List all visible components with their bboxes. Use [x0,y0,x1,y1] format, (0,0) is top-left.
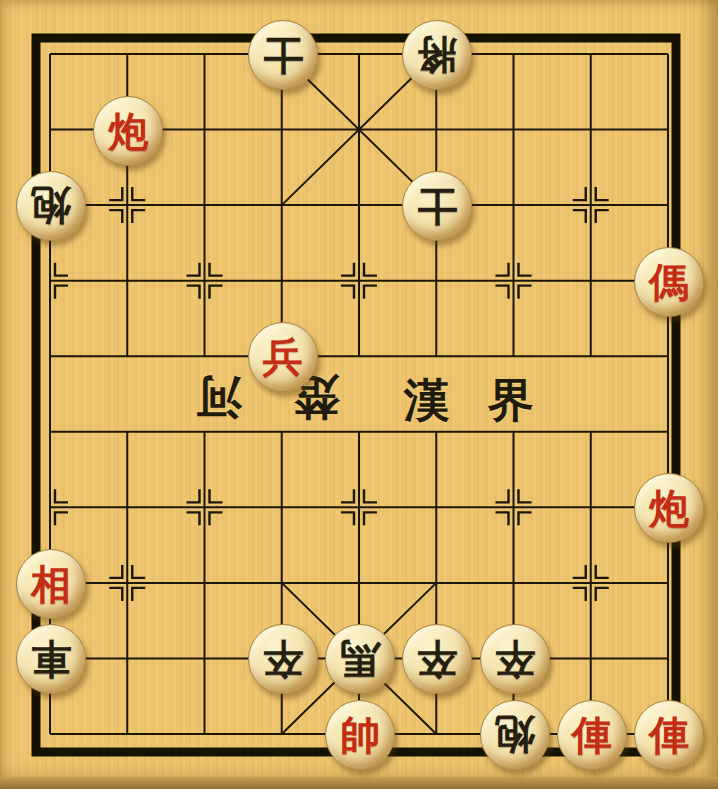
black-advisor-glyph: 士 [263,35,303,75]
black-cannon[interactable]: 炮 [480,700,550,770]
red-elephant-glyph: 相 [31,564,71,604]
black-soldier[interactable]: 卒 [480,624,550,694]
red-chariot-glyph: 俥 [572,715,612,755]
black-cannon-glyph: 炮 [495,715,535,755]
red-general[interactable]: 帥 [325,700,395,770]
black-horse-glyph: 馬 [340,639,380,679]
black-soldier-glyph: 卒 [495,639,535,679]
black-chariot[interactable]: 車 [16,624,86,694]
black-chariot-glyph: 車 [31,639,71,679]
red-cannon-glyph: 炮 [649,488,689,528]
red-chariot-glyph: 俥 [649,715,689,755]
black-advisor[interactable]: 士 [402,171,472,241]
black-advisor-glyph: 士 [417,186,457,226]
black-cannon-glyph: 炮 [31,186,71,226]
red-horse-glyph: 傌 [649,262,689,302]
red-cannon[interactable]: 炮 [634,473,704,543]
black-advisor[interactable]: 士 [248,20,318,90]
river-label-han-border: 漢界 [404,370,572,432]
xiangqi-table: 楚河 漢界 士將炮炮士傌兵炮相車卒馬卒卒帥炮俥俥 [0,0,718,789]
red-elephant[interactable]: 相 [16,549,86,619]
red-chariot[interactable]: 俥 [634,700,704,770]
black-cannon[interactable]: 炮 [16,171,86,241]
red-chariot[interactable]: 俥 [557,700,627,770]
black-general[interactable]: 將 [402,20,472,90]
red-soldier[interactable]: 兵 [248,322,318,392]
black-general-glyph: 將 [417,35,457,75]
black-soldier-glyph: 卒 [417,639,457,679]
red-horse[interactable]: 傌 [634,247,704,317]
red-soldier-glyph: 兵 [263,337,303,377]
red-cannon[interactable]: 炮 [93,96,163,166]
black-soldier-glyph: 卒 [263,639,303,679]
red-general-glyph: 帥 [340,715,380,755]
red-cannon-glyph: 炮 [108,111,148,151]
black-horse[interactable]: 馬 [325,624,395,694]
black-soldier[interactable]: 卒 [248,624,318,694]
